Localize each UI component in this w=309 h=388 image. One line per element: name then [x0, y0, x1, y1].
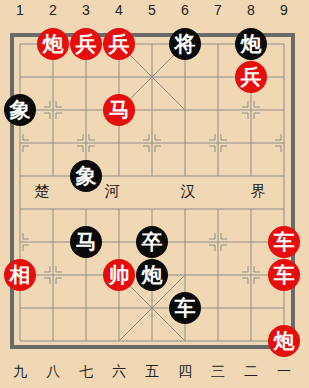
file-label-bottom-6: 四 [174, 364, 196, 379]
file-label-bottom-3: 七 [75, 364, 97, 379]
piece-red-horse[interactable]: 马 [103, 94, 135, 126]
piece-black-horse[interactable]: 马 [70, 226, 102, 258]
file-label-bottom-5: 五 [141, 364, 163, 379]
xiangqi-app: 楚河汉界 123456789 九八七六五四三二一 炮兵兵将炮兵象马象马卒车相帅炮… [0, 0, 309, 388]
file-label-top-7: 7 [207, 3, 229, 18]
piece-black-general[interactable]: 将 [169, 28, 201, 60]
piece-red-soldier[interactable]: 兵 [70, 28, 102, 60]
piece-red-cannon[interactable]: 炮 [37, 28, 69, 60]
piece-red-soldier[interactable]: 兵 [103, 28, 135, 60]
file-label-top-5: 5 [141, 3, 163, 18]
piece-red-cannon[interactable]: 炮 [268, 325, 300, 357]
file-label-bottom-9: 一 [273, 364, 295, 379]
file-label-top-1: 1 [9, 3, 31, 18]
piece-black-soldier[interactable]: 卒 [136, 226, 168, 258]
file-label-top-6: 6 [174, 3, 196, 18]
file-label-top-2: 2 [42, 3, 64, 18]
file-label-top-3: 3 [75, 3, 97, 18]
file-label-bottom-4: 六 [108, 364, 130, 379]
file-label-bottom-2: 八 [42, 364, 64, 379]
piece-red-general[interactable]: 帅 [103, 259, 135, 291]
piece-red-elephant[interactable]: 相 [4, 259, 36, 291]
piece-black-elephant[interactable]: 象 [4, 94, 36, 126]
piece-black-chariot[interactable]: 车 [169, 292, 201, 324]
file-label-bottom-8: 二 [240, 364, 262, 379]
piece-red-chariot[interactable]: 车 [268, 259, 300, 291]
piece-black-cannon[interactable]: 炮 [235, 28, 267, 60]
file-label-top-8: 8 [240, 3, 262, 18]
piece-black-cannon[interactable]: 炮 [136, 259, 168, 291]
file-label-bottom-1: 九 [9, 364, 31, 379]
file-label-bottom-7: 三 [207, 364, 229, 379]
piece-red-soldier[interactable]: 兵 [235, 61, 267, 93]
piece-black-elephant[interactable]: 象 [70, 160, 102, 192]
xiangqi-board: 炮兵兵将炮兵象马象马卒车相帅炮车车炮 [4, 28, 301, 358]
file-label-top-4: 4 [108, 3, 130, 18]
file-label-top-9: 9 [273, 3, 295, 18]
piece-red-chariot[interactable]: 车 [268, 226, 300, 258]
